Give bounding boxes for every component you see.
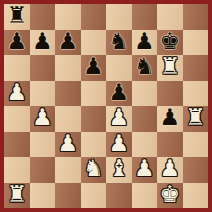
square-c8[interactable] xyxy=(55,4,81,30)
square-g3[interactable] xyxy=(157,132,183,158)
square-c6[interactable] xyxy=(55,55,81,81)
square-f7[interactable]: ♟ xyxy=(132,30,158,56)
black-pawn: ♟ xyxy=(6,30,27,53)
square-g2[interactable]: ♟ xyxy=(157,157,183,183)
square-f3[interactable] xyxy=(132,132,158,158)
square-g1[interactable]: ♚ xyxy=(157,183,183,209)
square-e4[interactable]: ♟ xyxy=(106,106,132,132)
square-d1[interactable] xyxy=(81,183,107,209)
black-knight: ♞ xyxy=(134,55,155,78)
square-d5[interactable] xyxy=(81,81,107,107)
square-d3[interactable] xyxy=(81,132,107,158)
black-king: ♚ xyxy=(159,30,180,53)
black-pawn: ♟ xyxy=(159,106,180,129)
black-knight: ♞ xyxy=(108,30,129,53)
square-d6[interactable]: ♟ xyxy=(81,55,107,81)
square-f5[interactable] xyxy=(132,81,158,107)
board-frame: ♜♟♟♟♞♟♚♟♞♜♟♟♟♟♟♜♟♟♞♝♟♟♜♚ xyxy=(0,0,212,212)
square-g7[interactable]: ♚ xyxy=(157,30,183,56)
square-a5[interactable]: ♟ xyxy=(4,81,30,107)
black-pawn: ♟ xyxy=(32,30,53,53)
square-e3[interactable]: ♟ xyxy=(106,132,132,158)
white-knight: ♞ xyxy=(83,157,104,180)
square-e6[interactable] xyxy=(106,55,132,81)
square-c4[interactable] xyxy=(55,106,81,132)
square-e7[interactable]: ♞ xyxy=(106,30,132,56)
white-rook: ♜ xyxy=(159,55,180,78)
square-d2[interactable]: ♞ xyxy=(81,157,107,183)
square-h2[interactable] xyxy=(183,157,209,183)
square-c5[interactable] xyxy=(55,81,81,107)
square-a4[interactable] xyxy=(4,106,30,132)
black-rook: ♜ xyxy=(6,4,27,27)
square-d7[interactable] xyxy=(81,30,107,56)
square-a2[interactable] xyxy=(4,157,30,183)
square-c7[interactable]: ♟ xyxy=(55,30,81,56)
square-h1[interactable] xyxy=(183,183,209,209)
black-pawn: ♟ xyxy=(134,30,155,53)
square-h3[interactable] xyxy=(183,132,209,158)
square-g8[interactable] xyxy=(157,4,183,30)
black-pawn: ♟ xyxy=(108,81,129,104)
square-c1[interactable] xyxy=(55,183,81,209)
square-e5[interactable]: ♟ xyxy=(106,81,132,107)
black-pawn: ♟ xyxy=(57,30,78,53)
white-pawn: ♟ xyxy=(57,132,78,155)
square-e1[interactable] xyxy=(106,183,132,209)
square-c3[interactable]: ♟ xyxy=(55,132,81,158)
square-d4[interactable] xyxy=(81,106,107,132)
square-f8[interactable] xyxy=(132,4,158,30)
square-h4[interactable]: ♜ xyxy=(183,106,209,132)
square-b4[interactable]: ♟ xyxy=(30,106,56,132)
square-a6[interactable] xyxy=(4,55,30,81)
square-a1[interactable]: ♜ xyxy=(4,183,30,209)
white-pawn: ♟ xyxy=(134,157,155,180)
square-a7[interactable]: ♟ xyxy=(4,30,30,56)
square-h5[interactable] xyxy=(183,81,209,107)
square-g6[interactable]: ♜ xyxy=(157,55,183,81)
square-e2[interactable]: ♝ xyxy=(106,157,132,183)
square-f2[interactable]: ♟ xyxy=(132,157,158,183)
white-rook: ♜ xyxy=(185,106,206,129)
square-h8[interactable] xyxy=(183,4,209,30)
square-b7[interactable]: ♟ xyxy=(30,30,56,56)
square-a3[interactable] xyxy=(4,132,30,158)
square-d8[interactable] xyxy=(81,4,107,30)
square-e8[interactable] xyxy=(106,4,132,30)
square-b2[interactable] xyxy=(30,157,56,183)
square-b3[interactable] xyxy=(30,132,56,158)
square-f4[interactable] xyxy=(132,106,158,132)
black-pawn: ♟ xyxy=(83,55,104,78)
white-pawn: ♟ xyxy=(159,157,180,180)
white-pawn: ♟ xyxy=(108,132,129,155)
square-f6[interactable]: ♞ xyxy=(132,55,158,81)
square-b1[interactable] xyxy=(30,183,56,209)
square-g5[interactable] xyxy=(157,81,183,107)
square-h6[interactable] xyxy=(183,55,209,81)
square-g4[interactable]: ♟ xyxy=(157,106,183,132)
square-b5[interactable] xyxy=(30,81,56,107)
chess-board: ♜♟♟♟♞♟♚♟♞♜♟♟♟♟♟♜♟♟♞♝♟♟♜♚ xyxy=(4,4,208,208)
square-c2[interactable] xyxy=(55,157,81,183)
white-king: ♚ xyxy=(159,183,180,206)
white-pawn: ♟ xyxy=(6,81,27,104)
square-a8[interactable]: ♜ xyxy=(4,4,30,30)
square-f1[interactable] xyxy=(132,183,158,209)
white-pawn: ♟ xyxy=(32,106,53,129)
square-b8[interactable] xyxy=(30,4,56,30)
white-bishop: ♝ xyxy=(108,157,129,180)
square-b6[interactable] xyxy=(30,55,56,81)
white-pawn: ♟ xyxy=(108,106,129,129)
white-rook: ♜ xyxy=(6,183,27,206)
square-h7[interactable] xyxy=(183,30,209,56)
